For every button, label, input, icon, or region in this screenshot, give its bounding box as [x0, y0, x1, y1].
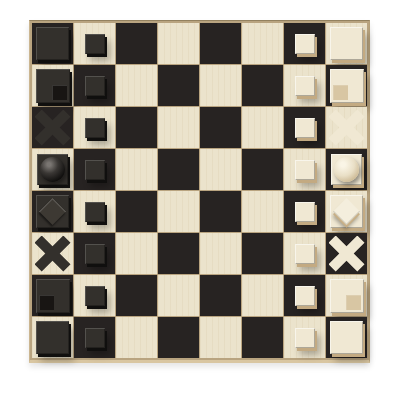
square-r3c6[interactable] [242, 107, 283, 148]
square-r8c8[interactable] [326, 317, 367, 358]
square-r8c5[interactable] [200, 317, 241, 358]
piece-white-pawn[interactable] [295, 328, 315, 348]
piece-black-queen[interactable] [37, 154, 68, 185]
piece-shadow-wrap [35, 110, 71, 146]
square-r5c4[interactable] [158, 191, 199, 232]
square-r4c8[interactable] [326, 149, 367, 190]
square-r8c6[interactable] [242, 317, 283, 358]
piece-white-pawn[interactable] [295, 286, 315, 306]
square-r2c4[interactable] [158, 65, 199, 106]
piece-black-bishop[interactable] [35, 110, 71, 146]
square-r8c4[interactable] [158, 317, 199, 358]
piece-white-pawn[interactable] [295, 34, 315, 54]
piece-black-pawn[interactable] [85, 160, 105, 180]
piece-shadow-wrap [329, 110, 365, 146]
piece-shadow-wrap [35, 236, 71, 272]
square-r1c8[interactable] [326, 23, 367, 64]
piece-black-pawn[interactable] [85, 34, 105, 54]
piece-white-pawn[interactable] [295, 160, 315, 180]
square-r5c3[interactable] [116, 191, 157, 232]
square-r5c2[interactable] [74, 191, 115, 232]
piece-black-pawn[interactable] [85, 118, 105, 138]
square-r4c6[interactable] [242, 149, 283, 190]
square-r5c8[interactable] [326, 191, 367, 232]
chessboard [29, 20, 370, 363]
square-r7c4[interactable] [158, 275, 199, 316]
square-r2c3[interactable] [116, 65, 157, 106]
square-r3c5[interactable] [200, 107, 241, 148]
square-r4c5[interactable] [200, 149, 241, 190]
square-r7c2[interactable] [74, 275, 115, 316]
square-r7c5[interactable] [200, 275, 241, 316]
piece-white-pawn[interactable] [295, 202, 315, 222]
piece-black-king[interactable] [36, 195, 69, 228]
square-r4c2[interactable] [74, 149, 115, 190]
piece-white-pawn[interactable] [295, 76, 315, 96]
piece-white-queen[interactable] [331, 154, 362, 185]
piece-white-pawn[interactable] [295, 244, 315, 264]
square-r1c2[interactable] [74, 23, 115, 64]
square-r6c3[interactable] [116, 233, 157, 274]
square-r2c6[interactable] [242, 65, 283, 106]
square-r3c4[interactable] [158, 107, 199, 148]
piece-white-king[interactable] [330, 195, 363, 228]
square-r5c7[interactable] [284, 191, 325, 232]
square-r2c2[interactable] [74, 65, 115, 106]
piece-black-knight[interactable] [36, 69, 70, 103]
square-r1c3[interactable] [116, 23, 157, 64]
piece-black-pawn[interactable] [85, 286, 105, 306]
square-r1c7[interactable] [284, 23, 325, 64]
square-r6c1[interactable] [32, 233, 73, 274]
square-r5c5[interactable] [200, 191, 241, 232]
square-r3c7[interactable] [284, 107, 325, 148]
piece-black-rook[interactable] [36, 321, 69, 354]
square-r2c1[interactable] [32, 65, 73, 106]
square-r6c7[interactable] [284, 233, 325, 274]
square-r6c5[interactable] [200, 233, 241, 274]
piece-black-pawn[interactable] [85, 328, 105, 348]
square-r3c1[interactable] [32, 107, 73, 148]
square-r4c3[interactable] [116, 149, 157, 190]
square-r1c5[interactable] [200, 23, 241, 64]
square-r1c1[interactable] [32, 23, 73, 64]
piece-black-pawn[interactable] [85, 76, 105, 96]
square-r2c7[interactable] [284, 65, 325, 106]
square-r3c2[interactable] [74, 107, 115, 148]
piece-white-bishop[interactable] [329, 236, 365, 272]
piece-white-knight[interactable] [330, 69, 364, 103]
square-r7c3[interactable] [116, 275, 157, 316]
piece-white-bishop[interactable] [329, 110, 365, 146]
square-r8c7[interactable] [284, 317, 325, 358]
square-r8c3[interactable] [116, 317, 157, 358]
square-r1c6[interactable] [242, 23, 283, 64]
piece-shadow-wrap [329, 236, 365, 272]
piece-white-rook[interactable] [330, 321, 363, 354]
piece-black-knight[interactable] [36, 279, 70, 313]
square-r5c6[interactable] [242, 191, 283, 232]
piece-black-rook[interactable] [36, 27, 69, 60]
piece-white-rook[interactable] [330, 27, 363, 60]
square-r8c1[interactable] [32, 317, 73, 358]
square-r6c4[interactable] [158, 233, 199, 274]
square-r6c2[interactable] [74, 233, 115, 274]
piece-black-pawn[interactable] [85, 244, 105, 264]
square-r7c7[interactable] [284, 275, 325, 316]
piece-white-pawn[interactable] [295, 118, 315, 138]
square-r7c6[interactable] [242, 275, 283, 316]
square-r1c4[interactable] [158, 23, 199, 64]
square-r5c1[interactable] [32, 191, 73, 232]
square-r4c4[interactable] [158, 149, 199, 190]
square-r3c3[interactable] [116, 107, 157, 148]
square-r4c1[interactable] [32, 149, 73, 190]
square-r6c6[interactable] [242, 233, 283, 274]
piece-black-pawn[interactable] [85, 202, 105, 222]
square-r7c1[interactable] [32, 275, 73, 316]
photo-canvas [0, 0, 400, 395]
square-r7c8[interactable] [326, 275, 367, 316]
square-r2c8[interactable] [326, 65, 367, 106]
piece-white-knight[interactable] [330, 279, 364, 313]
square-r3c8[interactable] [326, 107, 367, 148]
square-r2c5[interactable] [200, 65, 241, 106]
piece-black-bishop[interactable] [35, 236, 71, 272]
square-r4c7[interactable] [284, 149, 325, 190]
square-r6c8[interactable] [326, 233, 367, 274]
square-r8c2[interactable] [74, 317, 115, 358]
